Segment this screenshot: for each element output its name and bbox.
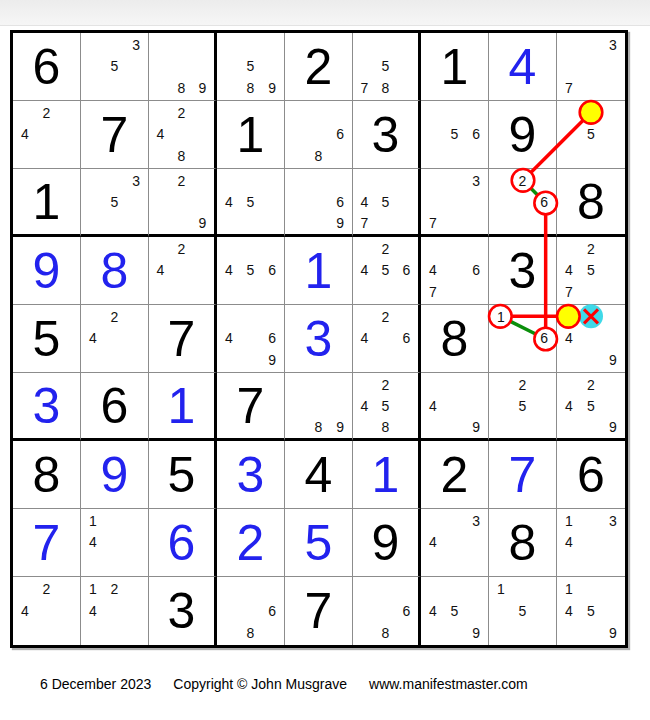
solved-digit: 1: [305, 246, 333, 296]
cell-r4c6[interactable]: 2456: [353, 237, 421, 305]
candidate-2: [444, 170, 466, 191]
candidate-2: 2: [104, 306, 126, 328]
cell-r6c8[interactable]: 25: [489, 373, 557, 441]
candidate-7: [82, 349, 104, 371]
pencilmarks: 56: [422, 102, 487, 167]
candidate-4: [218, 600, 240, 622]
candidate-9: [465, 145, 487, 167]
candidate-1: 1: [558, 510, 580, 532]
given-digit: 8: [509, 518, 537, 568]
candidate-8: [444, 553, 466, 575]
candidate-3: [465, 102, 487, 124]
candidate-6: [125, 328, 147, 350]
cell-r2c8[interactable]: 9: [489, 101, 557, 169]
candidate-3: 3: [125, 34, 147, 56]
given-digit: 8: [441, 314, 469, 364]
candidate-1: [354, 238, 375, 260]
candidate-6: [329, 395, 351, 416]
candidate-5: 5: [375, 56, 396, 78]
candidate-9: 9: [602, 349, 624, 371]
candidate-4: [354, 56, 375, 78]
candidate-8: [444, 212, 466, 233]
candidate-6: [261, 191, 283, 212]
candidate-1: [218, 34, 240, 56]
pencilmarks: 457: [354, 170, 417, 233]
candidate-3: [125, 510, 147, 532]
candidate-4: [218, 56, 240, 78]
candidate-4: [150, 56, 171, 78]
cell-r9c8[interactable]: 15: [489, 577, 557, 645]
pencilmarks: 34: [422, 510, 487, 575]
cell-r9c5[interactable]: 7: [285, 577, 353, 645]
candidate-9: 9: [602, 416, 624, 437]
candidate-4: [286, 124, 308, 146]
cell-r1c5[interactable]: 2: [285, 33, 353, 101]
given-digit: 3: [509, 246, 537, 296]
candidate-4: 4: [218, 191, 240, 212]
candidate-5: [36, 600, 58, 622]
candidate-2: [240, 238, 262, 260]
footer-copyright: Copyright © John Musgrave: [173, 676, 347, 692]
pencilmarks: 248: [150, 102, 213, 167]
cell-r8c8[interactable]: 8: [489, 509, 557, 577]
pencilmarks: 467: [422, 238, 487, 303]
candidate-4: [150, 191, 171, 212]
pencilmarks: 35: [82, 34, 147, 99]
candidate-3: [533, 170, 555, 191]
candidate-2: 2: [512, 374, 534, 395]
cell-r1c6[interactable]: 578: [353, 33, 421, 101]
pencilmarks: 89: [150, 34, 213, 99]
candidate-5: [375, 328, 396, 350]
cell-r4c8[interactable]: 3: [489, 237, 557, 305]
candidate-5: 5: [580, 600, 602, 622]
candidate-9: 9: [329, 212, 351, 233]
cell-r8c9[interactable]: 134: [557, 509, 625, 577]
footer-date: 6 December 2023: [40, 676, 151, 692]
pencilmarks: 69: [286, 170, 351, 233]
candidate-3: [192, 170, 213, 191]
candidate-2: [512, 306, 534, 328]
cell-r1c8[interactable]: 4: [489, 33, 557, 101]
cell-r1c7[interactable]: 1: [421, 33, 489, 101]
cell-r9c6[interactable]: 68: [353, 577, 421, 645]
candidate-1: [422, 374, 444, 395]
cell-r7c2[interactable]: 9: [81, 441, 149, 509]
cell-r7c4[interactable]: 3: [217, 441, 285, 509]
candidate-4: [354, 600, 375, 622]
cell-r8c6[interactable]: 9: [353, 509, 421, 577]
candidate-6: 6: [465, 124, 487, 146]
candidate-9: [396, 622, 417, 644]
candidate-1: [14, 578, 36, 600]
cell-r6c1[interactable]: 3: [13, 373, 81, 441]
given-digit: 2: [305, 42, 333, 92]
candidate-9: [396, 77, 417, 99]
candidate-7: 7: [354, 77, 375, 99]
cell-r3c3[interactable]: 29: [149, 169, 217, 237]
candidate-2: [171, 34, 192, 56]
cell-r5c8[interactable]: 16: [489, 305, 557, 373]
candidate-4: 4: [14, 124, 36, 146]
candidate-6: [192, 124, 213, 146]
candidate-8: 8: [375, 622, 396, 644]
candidate-4: 4: [218, 328, 240, 350]
candidate-8: [580, 622, 602, 644]
candidate-2: [444, 578, 466, 600]
candidate-8: [104, 553, 126, 575]
candidate-3: [57, 102, 79, 124]
candidate-7: [218, 281, 240, 303]
candidate-4: 4: [558, 532, 580, 554]
candidate-8: 8: [308, 416, 330, 437]
cell-r8c3[interactable]: 6: [149, 509, 217, 577]
solved-digit: 3: [33, 381, 61, 431]
cell-r3c9[interactable]: 8: [557, 169, 625, 237]
cell-r8c4[interactable]: 2: [217, 509, 285, 577]
candidate-2: 2: [512, 170, 534, 191]
candidate-6: 6: [396, 260, 417, 282]
candidate-8: [308, 212, 330, 233]
candidate-4: 4: [354, 191, 375, 212]
cell-r1c4[interactable]: 589: [217, 33, 285, 101]
cell-r5c9[interactable]: 1249: [557, 305, 625, 373]
candidate-5: 5: [580, 124, 602, 146]
candidate-8: [512, 212, 534, 233]
cell-r3c7[interactable]: 37: [421, 169, 489, 237]
candidate-2: [580, 34, 602, 56]
pencilmarks: 1459: [558, 578, 624, 644]
candidate-3: [261, 306, 283, 328]
cell-r3c4[interactable]: 45: [217, 169, 285, 237]
cell-r4c3[interactable]: 24: [149, 237, 217, 305]
candidate-4: 4: [558, 328, 580, 350]
given-digit: 1: [441, 42, 469, 92]
candidate-3: [602, 102, 624, 124]
cell-r9c1[interactable]: 24: [13, 577, 81, 645]
pencilmarks: 459: [422, 578, 487, 644]
pencilmarks: 14: [82, 510, 147, 575]
candidate-1: [558, 34, 580, 56]
cell-r5c2[interactable]: 24: [81, 305, 149, 373]
candidate-5: [444, 191, 466, 212]
candidate-8: [444, 281, 466, 303]
candidate-8: [444, 145, 466, 167]
candidate-9: [602, 553, 624, 575]
candidate-5: [104, 532, 126, 554]
candidate-5: [580, 532, 602, 554]
pencilmarks: 45: [218, 170, 283, 233]
cell-r1c3[interactable]: 89: [149, 33, 217, 101]
candidate-2: 2: [36, 578, 58, 600]
candidate-5: [580, 56, 602, 78]
candidate-9: 9: [465, 416, 487, 437]
candidate-3: 3: [465, 170, 487, 191]
cell-r3c1[interactable]: 1: [13, 169, 81, 237]
pencilmarks: 24: [14, 578, 79, 644]
candidate-8: [240, 349, 262, 371]
candidate-6: [533, 395, 555, 416]
candidate-7: [150, 77, 171, 99]
candidate-1: 1: [490, 306, 512, 328]
candidate-4: [82, 191, 104, 212]
candidate-7: [286, 145, 308, 167]
candidate-5: [171, 260, 192, 282]
candidate-5: [171, 56, 192, 78]
given-digit: 8: [577, 177, 605, 227]
given-digit: 4: [305, 450, 333, 500]
candidate-5: [240, 600, 262, 622]
candidate-6: [602, 260, 624, 282]
cell-r7c7[interactable]: 2: [421, 441, 489, 509]
candidate-3: [192, 102, 213, 124]
cell-r7c6[interactable]: 1: [353, 441, 421, 509]
cell-r4c7[interactable]: 467: [421, 237, 489, 305]
candidate-7: [490, 622, 512, 644]
cell-r9c7[interactable]: 459: [421, 577, 489, 645]
cell-r6c4[interactable]: 7: [217, 373, 285, 441]
cell-r3c5[interactable]: 69: [285, 169, 353, 237]
candidate-6: [192, 191, 213, 212]
cell-r2c7[interactable]: 56: [421, 101, 489, 169]
candidate-6: 6: [261, 328, 283, 350]
candidate-4: [82, 56, 104, 78]
candidate-8: [240, 281, 262, 303]
candidate-8: [512, 622, 534, 644]
pencilmarks: 68: [286, 102, 351, 167]
candidate-2: 2: [580, 306, 602, 328]
candidate-1: [286, 170, 308, 191]
candidate-9: 9: [192, 212, 213, 233]
candidate-7: [490, 416, 512, 437]
candidate-1: [490, 374, 512, 395]
cell-r8c7[interactable]: 34: [421, 509, 489, 577]
candidate-7: 7: [422, 281, 444, 303]
candidate-3: 3: [602, 510, 624, 532]
given-digit: 5: [33, 314, 61, 364]
cell-r5c5[interactable]: 3: [285, 305, 353, 373]
candidate-9: [261, 622, 283, 644]
candidate-8: [104, 77, 126, 99]
candidate-1: [82, 34, 104, 56]
candidate-5: [104, 600, 126, 622]
candidate-5: 5: [444, 124, 466, 146]
candidate-5: [444, 260, 466, 282]
given-digit: 6: [577, 450, 605, 500]
candidate-2: [580, 510, 602, 532]
cell-r5c4[interactable]: 469: [217, 305, 285, 373]
cell-r2c4[interactable]: 1: [217, 101, 285, 169]
given-digit: 1: [237, 110, 265, 160]
candidate-7: [14, 145, 36, 167]
cell-r2c5[interactable]: 68: [285, 101, 353, 169]
candidate-7: [422, 416, 444, 437]
cell-r8c5[interactable]: 5: [285, 509, 353, 577]
candidate-2: 2: [375, 374, 396, 395]
cell-r6c7[interactable]: 49: [421, 373, 489, 441]
candidate-8: [240, 212, 262, 233]
candidate-4: [558, 56, 580, 78]
candidate-9: 9: [329, 416, 351, 437]
candidate-3: [329, 374, 351, 395]
candidate-4: 4: [354, 328, 375, 350]
cell-r7c8[interactable]: 7: [489, 441, 557, 509]
candidate-6: 6: [533, 328, 555, 350]
cell-r3c6[interactable]: 457: [353, 169, 421, 237]
candidate-3: 3: [465, 510, 487, 532]
candidate-9: [465, 553, 487, 575]
candidate-7: [558, 622, 580, 644]
solved-digit: 5: [305, 518, 333, 568]
candidate-7: [14, 622, 36, 644]
candidate-7: [150, 281, 171, 303]
given-digit: 6: [33, 42, 61, 92]
candidate-5: 5: [580, 395, 602, 416]
cell-r1c1[interactable]: 6: [13, 33, 81, 101]
candidate-5: 5: [104, 56, 126, 78]
cell-r4c1[interactable]: 9: [13, 237, 81, 305]
candidate-9: [125, 212, 147, 233]
cell-r4c5[interactable]: 1: [285, 237, 353, 305]
candidate-9: [602, 77, 624, 99]
candidate-8: [580, 77, 602, 99]
candidate-4: [490, 328, 512, 350]
cell-r5c3[interactable]: 7: [149, 305, 217, 373]
candidate-3: [261, 170, 283, 191]
candidate-9: [465, 212, 487, 233]
given-digit: 1: [33, 177, 61, 227]
candidate-3: [329, 170, 351, 191]
candidate-3: [261, 578, 283, 600]
candidate-5: [308, 395, 330, 416]
candidate-6: [465, 600, 487, 622]
candidate-1: [150, 34, 171, 56]
candidate-4: [286, 191, 308, 212]
candidate-7: 7: [558, 281, 580, 303]
candidate-9: [533, 416, 555, 437]
cell-r5c7[interactable]: 8: [421, 305, 489, 373]
candidate-3: [465, 578, 487, 600]
candidate-4: [558, 124, 580, 146]
pencilmarks: 89: [286, 374, 351, 437]
candidate-3: [602, 238, 624, 260]
cell-r2c6[interactable]: 3: [353, 101, 421, 169]
candidate-9: [533, 622, 555, 644]
cell-r7c3[interactable]: 5: [149, 441, 217, 509]
candidate-8: 8: [308, 145, 330, 167]
cell-r3c2[interactable]: 35: [81, 169, 149, 237]
cell-r7c9[interactable]: 6: [557, 441, 625, 509]
sudoku-board: 6358958925781437247248168356925135294569…: [10, 30, 628, 648]
candidate-2: [444, 510, 466, 532]
candidate-9: [396, 349, 417, 371]
candidate-7: [218, 212, 240, 233]
cell-r9c9[interactable]: 1459: [557, 577, 625, 645]
cell-r6c9[interactable]: 2459: [557, 373, 625, 441]
candidate-9: [57, 622, 79, 644]
pencilmarks: 2458: [354, 374, 417, 437]
cell-r3c8[interactable]: 26: [489, 169, 557, 237]
cell-r1c9[interactable]: 37: [557, 33, 625, 101]
cell-r6c6[interactable]: 2458: [353, 373, 421, 441]
candidate-3: [396, 578, 417, 600]
cell-r7c1[interactable]: 8: [13, 441, 81, 509]
cell-r4c2[interactable]: 8: [81, 237, 149, 305]
cell-r8c2[interactable]: 14: [81, 509, 149, 577]
candidate-2: [240, 34, 262, 56]
candidate-7: [558, 416, 580, 437]
cell-r5c1[interactable]: 5: [13, 305, 81, 373]
cell-r9c2[interactable]: 124: [81, 577, 149, 645]
pencilmarks: 246: [354, 306, 417, 371]
solved-digit: 2: [237, 518, 265, 568]
candidate-5: [444, 532, 466, 554]
cell-r2c1[interactable]: 24: [13, 101, 81, 169]
candidate-4: 4: [422, 395, 444, 416]
candidate-8: 8: [171, 145, 192, 167]
candidate-1: [422, 170, 444, 191]
candidate-8: [104, 212, 126, 233]
candidate-8: [375, 212, 396, 233]
candidate-9: 9: [261, 77, 283, 99]
candidate-6: [602, 600, 624, 622]
candidate-8: [580, 416, 602, 437]
candidate-1: 1: [82, 578, 104, 600]
candidate-9: [329, 145, 351, 167]
candidate-7: [558, 145, 580, 167]
pencilmarks: 68: [218, 578, 283, 644]
candidate-3: [396, 238, 417, 260]
candidate-9: [465, 281, 487, 303]
candidate-9: [261, 212, 283, 233]
candidate-4: [490, 191, 512, 212]
cell-r5c6[interactable]: 246: [353, 305, 421, 373]
candidate-9: 9: [602, 622, 624, 644]
candidate-2: 2: [171, 238, 192, 260]
cell-r4c9[interactable]: 2457: [557, 237, 625, 305]
cell-r7c5[interactable]: 4: [285, 441, 353, 509]
candidate-9: [192, 281, 213, 303]
footer-website: www.manifestmaster.com: [369, 676, 528, 692]
cell-r6c2[interactable]: 6: [81, 373, 149, 441]
cell-r9c4[interactable]: 68: [217, 577, 285, 645]
candidate-6: [465, 191, 487, 212]
candidate-1: [354, 34, 375, 56]
cell-r9c3[interactable]: 3: [149, 577, 217, 645]
candidate-5: [308, 191, 330, 212]
cell-r4c4[interactable]: 456: [217, 237, 285, 305]
pencilmarks: 24: [150, 238, 213, 303]
candidate-8: [580, 281, 602, 303]
candidate-2: [308, 170, 330, 191]
cell-r2c3[interactable]: 248: [149, 101, 217, 169]
cell-r2c9[interactable]: 25: [557, 101, 625, 169]
candidate-8: [512, 349, 534, 371]
solved-digit: 8: [101, 246, 129, 296]
candidate-4: [422, 124, 444, 146]
candidate-5: 5: [580, 260, 602, 282]
cell-r6c3[interactable]: 1: [149, 373, 217, 441]
candidate-4: 4: [422, 532, 444, 554]
candidate-6: 6: [465, 260, 487, 282]
cell-r2c2[interactable]: 7: [81, 101, 149, 169]
candidate-5: [308, 124, 330, 146]
candidate-8: 8: [375, 416, 396, 437]
cell-r1c2[interactable]: 35: [81, 33, 149, 101]
cell-r8c1[interactable]: 7: [13, 509, 81, 577]
cell-r6c5[interactable]: 89: [285, 373, 353, 441]
candidate-9: [602, 281, 624, 303]
